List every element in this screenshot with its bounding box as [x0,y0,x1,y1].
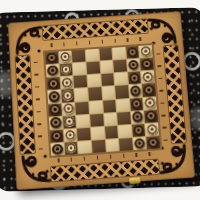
square [51,143,64,156]
square [143,97,157,110]
square [90,113,103,126]
checker-piece-dark [131,98,142,109]
square [47,90,60,103]
checker-piece-light [65,143,76,154]
checker-piece-light [63,103,74,114]
square [73,63,86,76]
square [142,84,156,97]
checker-piece-dark [144,85,155,96]
checker-piece-dark [47,65,58,76]
checker-piece-light [140,46,151,57]
checker-piece-dark [148,137,159,148]
square [105,139,119,152]
square [133,137,147,150]
square [91,127,105,140]
square [48,103,61,116]
square [115,86,128,99]
square [146,136,160,149]
square [139,45,152,58]
corner-scroll-carving-bottom-right [157,142,193,178]
checker-piece-dark [132,112,143,123]
brass-latch [129,177,141,184]
square [88,87,101,100]
checker-piece-dark [51,130,62,141]
square [75,88,88,101]
checker-piece-dark [128,60,139,71]
square [101,74,114,87]
checker-piece-dark [129,73,140,84]
carved-wooden-chess-checkers-board [8,11,195,190]
square [78,141,92,154]
square [87,74,100,87]
square [45,52,58,65]
square [72,50,85,63]
square [104,112,118,125]
checker-piece-dark [127,47,138,58]
square [116,98,130,111]
lattice-band-left [14,54,35,155]
corner-scroll-carving-bottom-left [17,152,52,188]
square [50,129,63,142]
square [60,76,73,89]
checker-piece-dark [130,85,141,96]
checker-piece-dark [49,91,60,102]
corner-scroll-carving-top-left [10,23,44,57]
checker-piece-light [142,72,153,83]
checker-piece-light [147,124,158,135]
square [75,101,88,114]
square [145,123,159,136]
square [86,62,99,75]
checker-piece-dark [133,125,144,136]
square [130,98,144,111]
square [46,64,59,77]
square [47,77,60,90]
checker-piece-dark [141,59,152,70]
square [59,63,72,76]
square [76,114,89,127]
checker-piece-light [61,77,72,88]
square [104,126,118,139]
square [62,102,75,115]
square [131,111,145,124]
checker-piece-dark [49,104,60,115]
square [119,138,133,151]
square [49,116,62,129]
checker-piece-dark [50,117,61,128]
square [100,61,113,74]
square [117,112,131,125]
square [113,60,126,73]
square [77,128,90,141]
square [112,47,125,60]
square [61,89,74,102]
square [127,59,140,72]
playing-grid-8x8 [43,43,162,158]
square [141,71,154,84]
square [63,115,76,128]
square [99,48,112,61]
square [59,51,72,64]
square [129,85,142,98]
square [140,58,153,71]
checker-piece-dark [48,78,59,89]
checker-piece-dark [134,138,145,149]
square [89,100,102,113]
square [118,125,132,138]
checker-piece-dark [46,53,57,64]
photo-of-carved-wooden-game-board [0,0,200,200]
checker-piece-dark [146,111,157,122]
checker-piece-light [65,129,76,140]
square [126,46,139,59]
checker-piece-dark [52,144,63,155]
square [92,140,106,153]
square [102,86,115,99]
checker-piece-light [61,64,72,75]
checker-piece-light [62,90,73,101]
square [144,110,158,123]
square [128,72,141,85]
square [85,49,98,62]
square [63,128,76,141]
square [132,124,146,137]
checker-piece-light [60,52,71,63]
square [64,142,78,155]
checker-piece-light [145,98,156,109]
square [103,99,116,112]
square [114,73,127,86]
checker-piece-light [64,116,75,127]
square [74,75,87,88]
lattice-band-bottom [50,158,160,182]
